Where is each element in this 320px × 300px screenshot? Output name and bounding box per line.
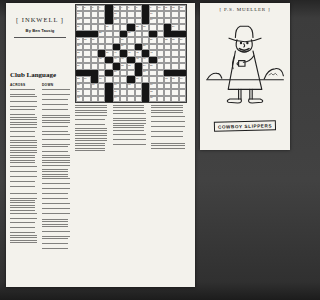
clue-number: 7	[128, 6, 129, 8]
clue-number: 23	[143, 25, 146, 27]
mug	[239, 61, 245, 67]
illegible-clue-text	[10, 181, 35, 191]
clue-number: 56	[114, 70, 117, 72]
illegible-clue-text	[151, 143, 185, 149]
illegible-clue-text	[42, 203, 70, 217]
illegible-clue-text	[10, 222, 35, 234]
right-newspaper-page: [ P.S. MUELLER ] COWBOY SLIPPERS	[200, 3, 290, 150]
clue-number: 57	[143, 70, 146, 72]
clue-number: 1	[77, 6, 78, 8]
illegible-clue-text	[10, 166, 37, 180]
clue-number: 20	[77, 25, 80, 27]
clue-number: 16	[150, 12, 153, 14]
clue-number: 13	[180, 6, 183, 8]
clue-number: 54	[143, 64, 146, 66]
grid-cell[interactable]: 75	[149, 96, 156, 102]
illegible-clue-text	[42, 134, 70, 145]
clue-number: 25	[99, 31, 102, 33]
clue-number: 35	[77, 44, 80, 46]
illegible-clue-text	[10, 213, 37, 220]
illegible-clue-text	[113, 105, 144, 111]
illegible-clue-text	[10, 200, 35, 211]
left-hill	[207, 73, 221, 79]
cowboy-cartoon-drawing	[205, 17, 285, 117]
illegible-clue-text	[75, 119, 105, 127]
clue-number: 15	[114, 12, 117, 14]
clue-number: 60	[99, 77, 102, 79]
illegible-clue-text	[42, 89, 70, 98]
illegible-clue-text	[42, 219, 68, 229]
cartoon-caption: COWBOY SLIPPERS	[214, 120, 276, 132]
clue-number: 22	[136, 25, 139, 27]
mustache	[239, 49, 249, 51]
illegible-clue-text	[10, 96, 37, 107]
grid-cell[interactable]	[164, 96, 171, 102]
clue-number: 2	[84, 6, 85, 8]
clue-number: 4	[99, 6, 100, 8]
illegible-clue-text	[42, 231, 70, 237]
clue-column-under-grid-3	[151, 105, 187, 149]
clue-number: 42	[136, 51, 139, 53]
illegible-clue-text	[10, 193, 37, 199]
eye-left	[240, 42, 241, 43]
illegible-clue-text	[10, 131, 35, 139]
clue-column-under-grid-2	[113, 105, 147, 149]
clue-number: 72	[150, 90, 153, 92]
clue-number: 24	[172, 25, 175, 27]
clue-number: 61	[136, 77, 139, 79]
illegible-clue-text	[42, 99, 68, 113]
grid-cell[interactable]	[135, 96, 142, 102]
illegible-clue-text	[42, 155, 70, 167]
clue-number: 52	[121, 64, 124, 66]
illegible-clue-text	[75, 143, 105, 152]
clue-number: 32	[165, 38, 168, 40]
clue-number: 63	[172, 77, 175, 79]
grid-cell[interactable]	[171, 96, 178, 102]
clue-number: 38	[77, 51, 80, 53]
illegible-clue-text	[75, 128, 107, 141]
clue-number: 50	[158, 57, 161, 59]
clue-number: 43	[150, 51, 153, 53]
illegible-clue-text	[10, 235, 37, 243]
clue-number: 71	[114, 90, 117, 92]
illegible-clue-text	[42, 169, 68, 177]
left-leg	[239, 89, 241, 99]
illegible-clue-text	[10, 155, 35, 164]
clue-number: 19	[150, 18, 153, 20]
illegible-clue-text	[42, 193, 68, 202]
clue-number: 66	[92, 83, 95, 85]
clue-number: 26	[128, 31, 131, 33]
illegible-clue-text	[42, 238, 68, 249]
mueller-masthead: [ P.S. MUELLER ]	[200, 7, 290, 12]
clue-number: 33	[172, 38, 175, 40]
byline: By Ben Tausig	[9, 28, 71, 33]
hat-crown	[235, 26, 253, 37]
clue-number: 46	[114, 57, 117, 59]
inkwell-masthead: [ INKWELL ]	[9, 16, 71, 23]
grid-cell[interactable]	[120, 96, 127, 102]
black-square	[142, 96, 149, 102]
illegible-clue-text	[113, 125, 144, 132]
right-slipper	[249, 99, 263, 103]
right-mound	[264, 69, 283, 79]
clue-number: 44	[77, 57, 80, 59]
clue-number: 47	[121, 57, 124, 59]
clue-number: 36	[121, 44, 124, 46]
header-divider	[14, 37, 66, 38]
clue-number: 62	[165, 77, 168, 79]
grid-cell[interactable]	[179, 96, 186, 102]
clue-number: 75	[150, 96, 153, 98]
clue-column-across: ACROSS	[10, 83, 39, 283]
clue-number: 34	[180, 38, 183, 40]
clue-number: 31	[150, 38, 153, 40]
clue-number: 11	[165, 6, 167, 8]
illegible-clue-text	[113, 113, 146, 124]
grid-cell[interactable]: 74	[113, 96, 120, 102]
illegible-clue-text	[10, 89, 35, 95]
clue-number: 29	[92, 38, 95, 40]
across-label: ACROSS	[10, 83, 39, 87]
clue-number: 41	[128, 51, 131, 53]
grid-cell[interactable]: 73	[76, 96, 83, 102]
clue-number: 67	[114, 83, 117, 85]
clue-number: 9	[150, 6, 151, 8]
clue-number: 6	[121, 6, 122, 8]
left-slipper	[227, 99, 241, 103]
clue-number: 30	[121, 38, 124, 40]
clue-number: 59	[84, 77, 87, 79]
artist-signature	[269, 73, 277, 75]
grid-cell[interactable]	[98, 96, 105, 102]
clue-number: 17	[77, 18, 80, 20]
illegible-clue-text	[42, 178, 70, 191]
clue-number: 51	[77, 64, 80, 66]
clue-number: 27	[77, 38, 80, 40]
nose	[244, 44, 245, 47]
illegible-clue-text	[42, 126, 68, 132]
clue-number: 8	[136, 6, 137, 8]
clue-number: 69	[150, 83, 153, 85]
clue-number: 5	[114, 6, 115, 8]
clue-number: 68	[128, 83, 131, 85]
left-newspaper-page: [ INKWELL ] By Ben Tausig Club Language …	[6, 3, 195, 287]
grid-cell[interactable]	[127, 96, 134, 102]
clue-number: 73	[77, 96, 80, 98]
illegible-clue-text	[151, 131, 183, 141]
clue-number: 12	[172, 6, 175, 8]
clue-number: 48	[136, 57, 139, 59]
clue-number: 18	[114, 18, 117, 20]
crossword-grid: 1234567891011121314151617181920212223242…	[75, 4, 187, 103]
puzzle-title: Club Language	[10, 71, 72, 79]
grid-cell[interactable]	[91, 96, 98, 102]
clue-number: 70	[77, 90, 80, 92]
right-leg	[250, 89, 252, 99]
clue-number: 65	[77, 83, 80, 85]
illegible-clue-text	[151, 105, 183, 114]
illegible-clue-text	[10, 117, 37, 129]
clue-number: 58	[77, 77, 80, 79]
hat-brim	[229, 38, 261, 42]
nightshirt	[228, 51, 262, 89]
clue-number: 28	[84, 38, 87, 40]
clue-number: 64	[180, 77, 183, 79]
illegible-clue-text	[42, 146, 68, 153]
illegible-clue-text	[113, 134, 146, 146]
down-label: DOWN	[42, 83, 71, 87]
illegible-clue-text	[151, 116, 185, 130]
clue-number: 49	[143, 57, 146, 59]
grid-cell[interactable]	[83, 96, 90, 102]
clue-number: 14	[77, 12, 80, 14]
clue-number: 53	[128, 64, 131, 66]
clue-number: 39	[106, 51, 109, 53]
clue-number: 3	[92, 6, 93, 8]
grid-cell[interactable]	[157, 96, 164, 102]
illegible-clue-text	[42, 115, 70, 125]
illegible-clue-text	[10, 140, 37, 153]
clue-column-under-grid-1	[75, 105, 109, 149]
clue-number: 45	[99, 57, 102, 59]
clue-number: 55	[150, 64, 153, 66]
illegible-clue-text	[75, 105, 107, 117]
black-square	[105, 96, 112, 102]
clue-number: 74	[114, 96, 117, 98]
clue-column-across-2: DOWN	[42, 83, 71, 283]
clue-number: 40	[114, 51, 117, 53]
clue-number: 21	[106, 25, 109, 27]
clue-number: 10	[158, 6, 161, 8]
illegible-clue-text	[10, 109, 35, 116]
eye-right	[247, 42, 248, 43]
clue-number: 37	[143, 44, 146, 46]
